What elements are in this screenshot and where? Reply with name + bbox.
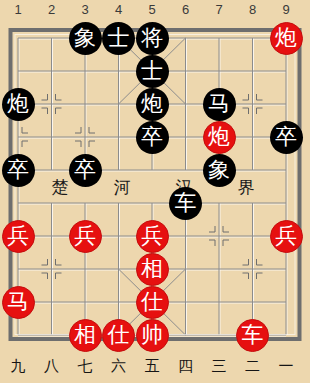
piece-black-cannon[interactable]: 炮 [136, 88, 169, 121]
piece-red-chariot[interactable]: 车 [236, 319, 269, 352]
top-coordinate-3: 3 [81, 2, 88, 17]
piece-red-cannon[interactable]: 炮 [270, 22, 303, 55]
piece-red-general[interactable]: 帅 [136, 319, 169, 352]
piece-red-cannon[interactable]: 炮 [203, 121, 236, 154]
piece-red-elephant[interactable]: 相 [136, 253, 169, 286]
piece-red-soldier[interactable]: 兵 [2, 220, 35, 253]
piece-black-soldier[interactable]: 卒 [270, 121, 303, 154]
river-character-2: 河 [114, 176, 131, 199]
piece-black-elephant[interactable]: 象 [203, 154, 236, 187]
piece-red-soldier[interactable]: 兵 [270, 220, 303, 253]
top-coordinate-5: 5 [148, 2, 155, 17]
piece-black-general[interactable]: 将 [136, 22, 169, 55]
bottom-coordinate-8: 二 [245, 357, 260, 376]
xiangqi-board-screen: 123456789 九八七六五四三二一 楚河汉界 象士将炮士炮炮马卒炮卒卒卒象车… [0, 0, 310, 383]
bottom-coordinate-9: 一 [279, 357, 294, 376]
river-character-1: 楚 [52, 176, 69, 199]
bottom-coordinate-5: 五 [145, 357, 160, 376]
top-coordinate-7: 7 [215, 2, 222, 17]
piece-red-soldier[interactable]: 兵 [69, 220, 102, 253]
piece-red-soldier[interactable]: 兵 [136, 220, 169, 253]
piece-black-advisor[interactable]: 士 [136, 55, 169, 88]
top-coordinate-8: 8 [249, 2, 256, 17]
piece-black-cannon[interactable]: 炮 [2, 88, 35, 121]
top-coordinate-2: 2 [48, 2, 55, 17]
piece-black-chariot[interactable]: 车 [169, 187, 202, 220]
piece-red-advisor[interactable]: 仕 [102, 319, 135, 352]
top-coordinate-9: 9 [282, 2, 289, 17]
piece-red-horse[interactable]: 马 [2, 286, 35, 319]
top-coordinate-6: 6 [182, 2, 189, 17]
bottom-coordinate-4: 六 [111, 357, 126, 376]
piece-black-soldier[interactable]: 卒 [136, 121, 169, 154]
piece-red-advisor[interactable]: 仕 [136, 286, 169, 319]
bottom-coordinate-7: 三 [212, 357, 227, 376]
piece-black-elephant[interactable]: 象 [69, 22, 102, 55]
bottom-coordinate-1: 九 [11, 357, 26, 376]
top-coordinate-1: 1 [14, 2, 21, 17]
top-coordinate-4: 4 [115, 2, 122, 17]
piece-red-elephant[interactable]: 相 [69, 319, 102, 352]
river-character-4: 界 [238, 176, 255, 199]
bottom-coordinate-6: 四 [178, 357, 193, 376]
bottom-coordinate-2: 八 [44, 357, 59, 376]
piece-black-horse[interactable]: 马 [203, 88, 236, 121]
bottom-coordinate-3: 七 [78, 357, 93, 376]
piece-black-soldier[interactable]: 卒 [69, 154, 102, 187]
piece-black-soldier[interactable]: 卒 [2, 154, 35, 187]
piece-black-advisor[interactable]: 士 [102, 22, 135, 55]
